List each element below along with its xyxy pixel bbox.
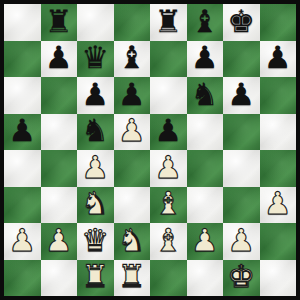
square-a5[interactable]: ♟ [4, 114, 41, 151]
square-b6[interactable] [41, 77, 78, 114]
square-f7[interactable]: ♟ [187, 41, 224, 78]
square-g3[interactable] [223, 187, 260, 224]
square-d6[interactable]: ♟ [114, 77, 151, 114]
square-g1[interactable]: ♚ [223, 260, 260, 297]
piece-black-pawn-g6: ♟ [227, 79, 255, 110]
square-c3[interactable]: ♞ [77, 187, 114, 224]
piece-black-king-g8: ♚ [227, 6, 255, 37]
square-c2[interactable]: ♛ [77, 223, 114, 260]
square-c8[interactable] [77, 4, 114, 41]
square-d3[interactable] [114, 187, 151, 224]
square-e6[interactable] [150, 77, 187, 114]
piece-white-queen-c2: ♛ [81, 225, 109, 256]
square-a7[interactable] [4, 41, 41, 78]
piece-white-bishop-e2: ♝ [154, 225, 182, 256]
square-b1[interactable] [41, 260, 78, 297]
square-f2[interactable]: ♟ [187, 223, 224, 260]
square-g4[interactable] [223, 150, 260, 187]
square-a4[interactable] [4, 150, 41, 187]
square-h6[interactable] [260, 77, 297, 114]
square-b7[interactable]: ♟ [41, 41, 78, 78]
piece-white-knight-d2: ♞ [118, 225, 146, 256]
piece-black-queen-c7: ♛ [81, 42, 109, 73]
square-b5[interactable] [41, 114, 78, 151]
square-d8[interactable] [114, 4, 151, 41]
piece-white-rook-c1: ♜ [81, 261, 109, 292]
square-b3[interactable] [41, 187, 78, 224]
piece-white-king-g1: ♚ [227, 261, 255, 292]
square-e3[interactable]: ♝ [150, 187, 187, 224]
piece-white-pawn-a2: ♟ [8, 225, 36, 256]
piece-white-bishop-e3: ♝ [154, 188, 182, 219]
square-f8[interactable]: ♝ [187, 4, 224, 41]
piece-black-knight-c5: ♞ [81, 115, 109, 146]
piece-black-pawn-b7: ♟ [45, 42, 73, 73]
chess-board-frame: ♜♜♝♚♟♛♝♟♟♟♟♞♟♟♞♟♟♟♟♞♝♟♟♟♛♞♝♟♟♜♜♚ [0, 0, 300, 300]
square-c6[interactable]: ♟ [77, 77, 114, 114]
square-c7[interactable]: ♛ [77, 41, 114, 78]
square-d4[interactable] [114, 150, 151, 187]
piece-black-rook-b8: ♜ [45, 6, 73, 37]
square-c5[interactable]: ♞ [77, 114, 114, 151]
square-e5[interactable]: ♟ [150, 114, 187, 151]
piece-black-pawn-h7: ♟ [264, 42, 292, 73]
piece-black-pawn-f7: ♟ [191, 42, 219, 73]
piece-white-pawn-g2: ♟ [227, 225, 255, 256]
piece-white-pawn-f2: ♟ [191, 225, 219, 256]
square-h2[interactable] [260, 223, 297, 260]
square-a1[interactable] [4, 260, 41, 297]
square-d5[interactable]: ♟ [114, 114, 151, 151]
piece-black-bishop-f8: ♝ [191, 6, 219, 37]
piece-white-knight-c3: ♞ [81, 188, 109, 219]
square-e4[interactable]: ♟ [150, 150, 187, 187]
square-b8[interactable]: ♜ [41, 4, 78, 41]
square-g7[interactable] [223, 41, 260, 78]
square-f1[interactable] [187, 260, 224, 297]
square-d7[interactable]: ♝ [114, 41, 151, 78]
square-c1[interactable]: ♜ [77, 260, 114, 297]
square-f3[interactable] [187, 187, 224, 224]
square-a6[interactable] [4, 77, 41, 114]
square-g2[interactable]: ♟ [223, 223, 260, 260]
square-e8[interactable]: ♜ [150, 4, 187, 41]
piece-white-pawn-b2: ♟ [45, 225, 73, 256]
square-a2[interactable]: ♟ [4, 223, 41, 260]
square-f6[interactable]: ♞ [187, 77, 224, 114]
square-c4[interactable]: ♟ [77, 150, 114, 187]
square-a3[interactable] [4, 187, 41, 224]
square-h3[interactable]: ♟ [260, 187, 297, 224]
piece-black-pawn-a5: ♟ [8, 115, 36, 146]
square-g8[interactable]: ♚ [223, 4, 260, 41]
square-g6[interactable]: ♟ [223, 77, 260, 114]
piece-white-pawn-d5: ♟ [118, 115, 146, 146]
piece-white-pawn-c4: ♟ [81, 152, 109, 183]
piece-black-rook-e8: ♜ [154, 6, 182, 37]
square-h1[interactable] [260, 260, 297, 297]
square-h7[interactable]: ♟ [260, 41, 297, 78]
piece-white-pawn-e4: ♟ [154, 152, 182, 183]
piece-black-bishop-d7: ♝ [118, 42, 146, 73]
square-f4[interactable] [187, 150, 224, 187]
piece-black-pawn-d6: ♟ [118, 79, 146, 110]
square-a8[interactable] [4, 4, 41, 41]
square-d1[interactable]: ♜ [114, 260, 151, 297]
square-e2[interactable]: ♝ [150, 223, 187, 260]
square-e7[interactable] [150, 41, 187, 78]
piece-black-knight-f6: ♞ [191, 79, 219, 110]
square-b2[interactable]: ♟ [41, 223, 78, 260]
square-h8[interactable] [260, 4, 297, 41]
piece-black-pawn-c6: ♟ [81, 79, 109, 110]
piece-white-pawn-h3: ♟ [264, 188, 292, 219]
square-f5[interactable] [187, 114, 224, 151]
square-h4[interactable] [260, 150, 297, 187]
piece-black-pawn-e5: ♟ [154, 115, 182, 146]
square-b4[interactable] [41, 150, 78, 187]
square-e1[interactable] [150, 260, 187, 297]
chess-board: ♜♜♝♚♟♛♝♟♟♟♟♞♟♟♞♟♟♟♟♞♝♟♟♟♛♞♝♟♟♜♜♚ [4, 4, 296, 296]
piece-white-rook-d1: ♜ [118, 261, 146, 292]
square-d2[interactable]: ♞ [114, 223, 151, 260]
square-g5[interactable] [223, 114, 260, 151]
square-h5[interactable] [260, 114, 297, 151]
